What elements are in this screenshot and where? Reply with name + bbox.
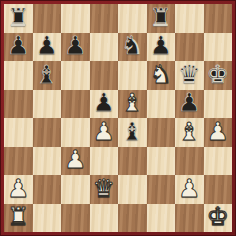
white-pawn[interactable]: ♟ bbox=[64, 147, 86, 172]
white-bishop[interactable]: ♝ bbox=[121, 90, 143, 115]
square-h8[interactable] bbox=[204, 4, 233, 33]
chess-board: ♜♜♟♟♟♞♟♝♞♛♚♟♝♟♟♝♝♟♟♟♛♟♜♚ bbox=[4, 4, 232, 232]
square-b6[interactable]: ♝ bbox=[33, 61, 62, 90]
square-a7[interactable]: ♟ bbox=[4, 33, 33, 62]
square-g5[interactable]: ♟ bbox=[175, 90, 204, 119]
square-b7[interactable]: ♟ bbox=[33, 33, 62, 62]
square-f3[interactable] bbox=[147, 147, 176, 176]
black-queen[interactable]: ♛ bbox=[178, 62, 200, 87]
square-a6[interactable] bbox=[4, 61, 33, 90]
square-c4[interactable] bbox=[61, 118, 90, 147]
square-g2[interactable]: ♟ bbox=[175, 175, 204, 204]
square-b2[interactable] bbox=[33, 175, 62, 204]
square-c5[interactable] bbox=[61, 90, 90, 119]
square-d2[interactable]: ♛ bbox=[90, 175, 119, 204]
square-e7[interactable]: ♞ bbox=[118, 33, 147, 62]
white-pawn[interactable]: ♟ bbox=[7, 176, 29, 201]
square-a3[interactable] bbox=[4, 147, 33, 176]
square-h1[interactable]: ♚ bbox=[204, 204, 233, 233]
square-e6[interactable] bbox=[118, 61, 147, 90]
square-f7[interactable]: ♟ bbox=[147, 33, 176, 62]
square-e5[interactable]: ♝ bbox=[118, 90, 147, 119]
square-g1[interactable] bbox=[175, 204, 204, 233]
square-c7[interactable]: ♟ bbox=[61, 33, 90, 62]
black-pawn[interactable]: ♟ bbox=[7, 33, 29, 58]
white-queen[interactable]: ♛ bbox=[93, 176, 115, 201]
black-pawn[interactable]: ♟ bbox=[178, 90, 200, 115]
white-bishop[interactable]: ♝ bbox=[178, 119, 200, 144]
square-c6[interactable] bbox=[61, 61, 90, 90]
square-g3[interactable] bbox=[175, 147, 204, 176]
square-g8[interactable] bbox=[175, 4, 204, 33]
square-g4[interactable]: ♝ bbox=[175, 118, 204, 147]
square-d7[interactable] bbox=[90, 33, 119, 62]
square-h6[interactable]: ♚ bbox=[204, 61, 233, 90]
square-f5[interactable] bbox=[147, 90, 176, 119]
square-g6[interactable]: ♛ bbox=[175, 61, 204, 90]
square-a2[interactable]: ♟ bbox=[4, 175, 33, 204]
white-rook[interactable]: ♜ bbox=[7, 204, 29, 229]
square-a5[interactable] bbox=[4, 90, 33, 119]
white-pawn[interactable]: ♟ bbox=[207, 119, 229, 144]
square-f1[interactable] bbox=[147, 204, 176, 233]
square-g7[interactable] bbox=[175, 33, 204, 62]
square-e8[interactable] bbox=[118, 4, 147, 33]
black-bishop[interactable]: ♝ bbox=[121, 119, 143, 144]
square-a1[interactable]: ♜ bbox=[4, 204, 33, 233]
square-a4[interactable] bbox=[4, 118, 33, 147]
square-f2[interactable] bbox=[147, 175, 176, 204]
black-king[interactable]: ♚ bbox=[207, 62, 229, 87]
black-rook[interactable]: ♜ bbox=[150, 5, 172, 30]
square-d4[interactable]: ♟ bbox=[90, 118, 119, 147]
square-b1[interactable] bbox=[33, 204, 62, 233]
black-pawn[interactable]: ♟ bbox=[150, 33, 172, 58]
square-b3[interactable] bbox=[33, 147, 62, 176]
square-d6[interactable] bbox=[90, 61, 119, 90]
square-b5[interactable] bbox=[33, 90, 62, 119]
square-h5[interactable] bbox=[204, 90, 233, 119]
square-f4[interactable] bbox=[147, 118, 176, 147]
square-c3[interactable]: ♟ bbox=[61, 147, 90, 176]
square-h7[interactable] bbox=[204, 33, 233, 62]
square-h3[interactable] bbox=[204, 147, 233, 176]
square-c8[interactable] bbox=[61, 4, 90, 33]
square-c1[interactable] bbox=[61, 204, 90, 233]
square-h2[interactable] bbox=[204, 175, 233, 204]
square-e2[interactable] bbox=[118, 175, 147, 204]
black-rook[interactable]: ♜ bbox=[7, 5, 29, 30]
white-knight[interactable]: ♞ bbox=[150, 62, 172, 87]
square-e4[interactable]: ♝ bbox=[118, 118, 147, 147]
square-d1[interactable] bbox=[90, 204, 119, 233]
square-c2[interactable] bbox=[61, 175, 90, 204]
square-b8[interactable] bbox=[33, 4, 62, 33]
black-pawn[interactable]: ♟ bbox=[36, 33, 58, 58]
square-e1[interactable] bbox=[118, 204, 147, 233]
square-a8[interactable]: ♜ bbox=[4, 4, 33, 33]
white-king[interactable]: ♚ bbox=[207, 204, 229, 229]
square-d5[interactable]: ♟ bbox=[90, 90, 119, 119]
black-pawn[interactable]: ♟ bbox=[64, 33, 86, 58]
square-f6[interactable]: ♞ bbox=[147, 61, 176, 90]
black-bishop[interactable]: ♝ bbox=[36, 62, 58, 87]
square-d8[interactable] bbox=[90, 4, 119, 33]
white-pawn[interactable]: ♟ bbox=[178, 176, 200, 201]
black-pawn[interactable]: ♟ bbox=[93, 90, 115, 115]
square-b4[interactable] bbox=[33, 118, 62, 147]
square-d3[interactable] bbox=[90, 147, 119, 176]
square-f8[interactable]: ♜ bbox=[147, 4, 176, 33]
square-h4[interactable]: ♟ bbox=[204, 118, 233, 147]
black-knight[interactable]: ♞ bbox=[121, 33, 143, 58]
square-e3[interactable] bbox=[118, 147, 147, 176]
board-frame: ♜♜♟♟♟♞♟♝♞♛♚♟♝♟♟♝♝♟♟♟♛♟♜♚ bbox=[0, 0, 236, 236]
white-pawn[interactable]: ♟ bbox=[93, 119, 115, 144]
